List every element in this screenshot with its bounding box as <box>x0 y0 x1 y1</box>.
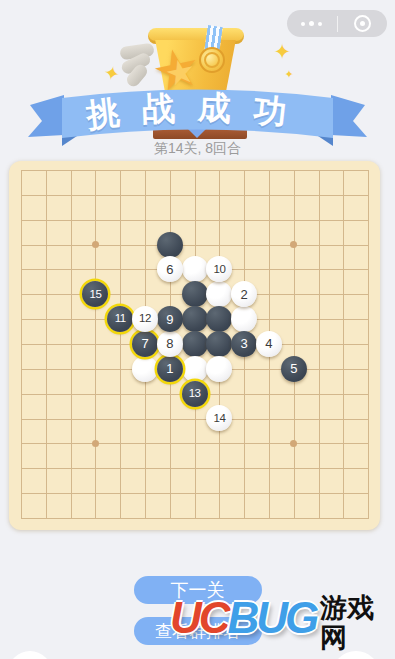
stone-white <box>132 356 158 382</box>
decor-bubble <box>8 651 52 659</box>
wing-right-icon <box>230 42 276 86</box>
stone-black <box>206 331 232 357</box>
stone-white-move-4: 4 <box>256 331 282 357</box>
watermark-uc: UC <box>170 594 228 659</box>
stone-black-move-13: 13 <box>182 381 208 407</box>
more-options-button[interactable] <box>287 10 337 37</box>
three-dots-icon <box>301 22 305 26</box>
stone-black <box>182 331 208 357</box>
watermark-bug: BUG <box>228 594 317 659</box>
exit-button[interactable] <box>338 10 388 37</box>
stone-black-move-1: 1 <box>157 356 183 382</box>
stone-white <box>206 356 232 382</box>
three-dots-icon <box>309 21 314 26</box>
medal-icon <box>199 47 225 73</box>
stone-black-move-3: 3 <box>231 331 257 357</box>
stone-black-move-9: 9 <box>157 306 183 332</box>
gomoku-board[interactable]: 123456789101112131415 <box>9 161 380 530</box>
stone-white-move-8: 8 <box>157 331 183 357</box>
circle-dot-icon <box>354 15 371 32</box>
level-round-subtitle: 第14关, 8回合 <box>0 140 395 158</box>
stone-black <box>182 281 208 307</box>
app-screen: ★ ★ ✦ ✦ ✦ 挑战成功 第14关, 8回合 123456789101112… <box>0 0 395 659</box>
stone-black-move-7: 7 <box>132 331 158 357</box>
stone-white-move-6: 6 <box>157 256 183 282</box>
stone-black <box>157 232 183 258</box>
stone-black-move-5: 5 <box>281 356 307 382</box>
stone-white <box>206 281 232 307</box>
board-stone-grid: 123456789101112131415 <box>9 158 381 531</box>
stone-white-move-2: 2 <box>231 281 257 307</box>
stone-white <box>231 306 257 332</box>
stone-black-move-11: 11 <box>107 306 133 332</box>
watermark-site-name: 游戏网 <box>320 594 395 653</box>
watermark-tld: .com <box>320 653 395 659</box>
ucbug-watermark: UC BUG 游戏网 .com <box>170 594 395 659</box>
three-dots-icon <box>318 22 322 26</box>
stone-black <box>206 306 232 332</box>
stone-white <box>182 356 208 382</box>
stone-black-move-15: 15 <box>82 281 108 307</box>
stone-white-move-10: 10 <box>206 256 232 282</box>
sparkle-icon: ✦ <box>274 40 292 64</box>
stone-white-move-14: 14 <box>206 405 232 431</box>
stone-white <box>182 256 208 282</box>
stone-black <box>182 306 208 332</box>
sparkle-icon: ✦ <box>285 68 294 81</box>
stone-white-move-12: 12 <box>132 306 158 332</box>
wechat-capsule <box>287 10 387 37</box>
